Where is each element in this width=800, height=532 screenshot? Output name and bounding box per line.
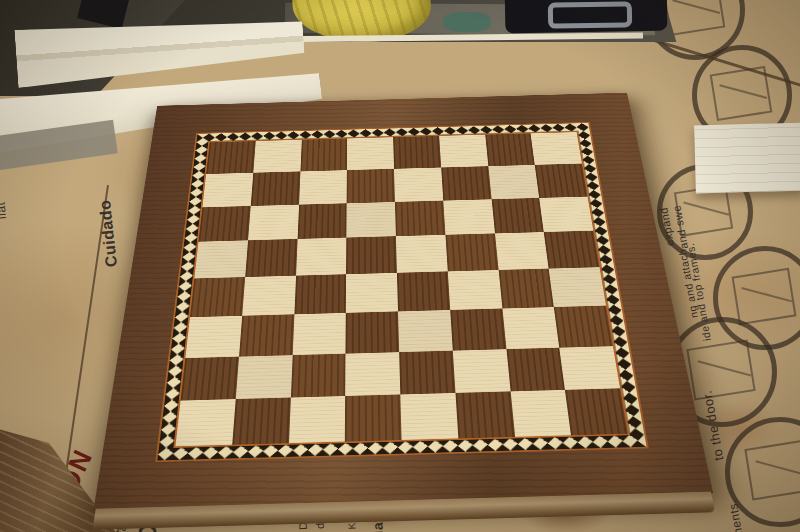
square-d8[interactable] [347,137,394,170]
square-h2[interactable] [559,346,620,390]
square-h1[interactable] [565,389,628,436]
square-c4[interactable] [294,274,346,314]
square-f8[interactable] [439,135,488,168]
square-g3[interactable] [502,307,559,349]
square-c5[interactable] [296,238,347,276]
square-b7[interactable] [251,171,301,205]
square-h3[interactable] [554,305,613,347]
square-e8[interactable] [393,136,441,169]
square-b8[interactable] [253,140,301,173]
square-g2[interactable] [506,347,565,391]
square-e5[interactable] [396,235,448,273]
square-b3[interactable] [239,314,294,356]
square-f2[interactable] [453,349,511,393]
square-c8[interactable] [300,139,347,172]
square-f3[interactable] [450,308,506,350]
square-d1[interactable] [345,395,402,442]
square-h5[interactable] [544,231,600,269]
square-c7[interactable] [299,170,347,204]
square-d4[interactable] [346,273,398,313]
square-a1[interactable] [175,399,235,446]
square-c2[interactable] [290,353,345,397]
diagram-sketch [744,439,800,500]
square-d2[interactable] [345,352,400,396]
square-b4[interactable] [242,276,296,316]
square-b1[interactable] [232,398,290,445]
square-a2[interactable] [181,356,239,401]
square-e4[interactable] [397,271,450,311]
square-a3[interactable] [185,316,242,358]
square-f5[interactable] [445,234,498,272]
square-d7[interactable] [347,169,395,203]
square-d3[interactable] [346,311,399,353]
square-f6[interactable] [443,199,495,235]
diagram-sketch [731,267,796,324]
square-a8[interactable] [206,141,255,174]
square-e1[interactable] [400,393,458,440]
chessboard [76,0,714,532]
square-c6[interactable] [297,203,347,239]
square-d6[interactable] [347,202,396,238]
square-h7[interactable] [535,163,588,197]
square-e7[interactable] [394,167,443,201]
chessboard-3d [90,93,718,532]
workshop-photo: ilat Cuidado UTION d peopl ila OL Drill.… [0,0,800,532]
walnut-frame [93,93,713,511]
square-a5[interactable] [194,240,247,278]
square-f4[interactable] [448,270,502,310]
square-b5[interactable] [245,239,297,277]
lumber-board-right [694,123,800,194]
square-f1[interactable] [455,392,514,439]
square-h4[interactable] [549,267,606,307]
square-b6[interactable] [248,204,299,240]
square-g4[interactable] [498,269,554,309]
square-g1[interactable] [510,390,571,437]
square-c3[interactable] [292,313,346,355]
square-g5[interactable] [495,232,549,270]
square-e6[interactable] [395,200,445,236]
square-g8[interactable] [485,133,535,166]
square-g6[interactable] [491,198,544,234]
board-grid [173,131,630,448]
square-a7[interactable] [202,173,253,207]
square-h8[interactable] [531,132,582,165]
square-d5[interactable] [346,236,397,274]
square-c1[interactable] [289,396,346,443]
square-a4[interactable] [190,277,245,317]
square-e3[interactable] [398,310,453,352]
square-g7[interactable] [488,165,539,199]
square-h6[interactable] [539,196,593,232]
square-b2[interactable] [235,355,292,399]
print-text-ilat: ilat [0,201,9,219]
square-e2[interactable] [399,350,455,394]
square-a6[interactable] [198,206,250,242]
square-f7[interactable] [441,166,491,200]
